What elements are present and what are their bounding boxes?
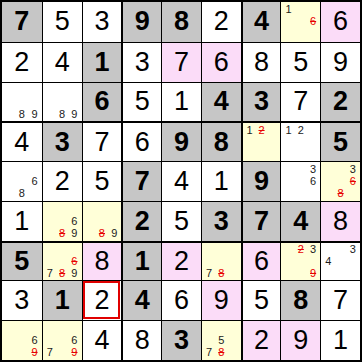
empty-candidate-slot [3, 163, 16, 175]
empty-candidate-slot [68, 96, 80, 108]
empty-candidate-slot [215, 256, 227, 268]
given-digit: 9 [174, 129, 189, 156]
cell-r3c1[interactable]: 89 [2, 82, 42, 122]
cell-r5c4[interactable]: 7 [121, 161, 161, 201]
given-digit: 4 [254, 8, 269, 35]
empty-candidate-slot [256, 136, 268, 148]
empty-candidate-slot [295, 136, 307, 148]
cell-r3c8[interactable]: 7 [280, 82, 320, 122]
eliminated-candidate-9: 9 [28, 347, 41, 359]
eliminated-candidate-8: 8 [334, 188, 346, 200]
candidate-grid: 34 [322, 244, 359, 280]
empty-candidate-slot [44, 96, 56, 108]
empty-candidate-slot [68, 322, 80, 334]
cell-r9c1[interactable]: 69 [2, 320, 42, 360]
cell-r9c8[interactable]: 9 [280, 320, 320, 360]
solved-digit: 7 [94, 129, 109, 156]
empty-candidate-slot [68, 203, 80, 215]
cell-r1c8[interactable]: 16 [280, 2, 320, 42]
empty-candidate-slot [295, 268, 307, 280]
candidate-grid: 89 [3, 84, 41, 121]
empty-candidate-slot [268, 148, 280, 160]
candidate-grid: 679 [44, 322, 81, 359]
empty-candidate-slot [56, 322, 68, 334]
empty-candidate-slot [44, 227, 56, 239]
cell-r5c3[interactable]: 5 [82, 161, 122, 201]
cell-r7c5[interactable]: 2 [161, 241, 201, 281]
cell-r9c9[interactable]: 1 [320, 320, 360, 360]
empty-candidate-slot [227, 347, 239, 359]
empty-candidate-slot [203, 334, 215, 346]
empty-candidate-slot [282, 136, 294, 148]
eliminated-candidate-9: 9 [307, 268, 319, 280]
candidate-3: 3 [307, 244, 319, 256]
solved-digit: 7 [174, 49, 189, 76]
solved-digit: 9 [333, 49, 348, 76]
solved-digit: 8 [135, 327, 150, 354]
empty-candidate-slot [3, 96, 16, 108]
empty-candidate-slot [282, 163, 294, 175]
empty-candidate-slot [282, 188, 294, 200]
empty-candidate-slot [108, 215, 120, 227]
empty-candidate-slot [227, 334, 239, 346]
cell-r4c7[interactable]: 12 [241, 121, 281, 161]
solved-digit: 5 [254, 287, 269, 314]
cell-r1c1[interactable]: 7 [2, 2, 42, 42]
candidate-9: 9 [28, 108, 41, 120]
cell-r5c1[interactable]: 68 [2, 161, 42, 201]
eliminated-candidate-6: 6 [307, 16, 319, 29]
given-digit: 7 [135, 168, 150, 195]
candidate-grid: 89 [84, 203, 121, 240]
solved-digit: 9 [214, 287, 229, 314]
empty-candidate-slot [282, 16, 294, 29]
candidate-6: 6 [68, 215, 80, 227]
candidate-7: 7 [203, 347, 215, 359]
empty-candidate-slot [227, 244, 239, 256]
candidate-1: 1 [282, 3, 294, 16]
candidate-grid: 16 [282, 3, 319, 41]
given-digit: 3 [254, 88, 269, 115]
empty-candidate-slot [268, 136, 280, 148]
empty-candidate-slot [322, 188, 334, 200]
cell-r7c9[interactable]: 34 [320, 241, 360, 281]
empty-candidate-slot [3, 322, 16, 334]
empty-candidate-slot [282, 268, 294, 280]
candidate-3: 3 [347, 163, 359, 175]
solved-digit: 2 [214, 8, 229, 35]
candidate-3: 3 [307, 163, 319, 175]
empty-candidate-slot [307, 188, 319, 200]
empty-candidate-slot [96, 215, 108, 227]
cell-r6c5[interactable]: 5 [161, 201, 201, 241]
empty-candidate-slot [44, 203, 56, 215]
empty-candidate-slot [215, 244, 227, 256]
empty-candidate-slot [3, 347, 16, 359]
cell-r9c7[interactable]: 2 [241, 320, 281, 360]
eliminated-candidate-8: 8 [215, 268, 227, 280]
given-digit: 3 [174, 327, 189, 354]
empty-candidate-slot [322, 163, 334, 175]
candidate-9: 9 [108, 227, 120, 239]
empty-candidate-slot [282, 148, 294, 160]
solved-digit: 1 [214, 168, 229, 195]
cell-r7c1[interactable]: 5 [2, 241, 42, 281]
given-digit: 7 [14, 8, 29, 35]
empty-candidate-slot [347, 256, 359, 268]
empty-candidate-slot [268, 124, 280, 136]
cell-r9c5[interactable]: 3 [161, 320, 201, 360]
empty-candidate-slot [295, 148, 307, 160]
given-digit: 8 [174, 8, 189, 35]
cell-r8c6[interactable]: 9 [201, 280, 241, 320]
eliminated-candidate-2: 2 [256, 124, 268, 136]
cell-r9c3[interactable]: 4 [82, 320, 122, 360]
sudoku-board: 7539824166241376859898965143724376981212… [0, 0, 362, 362]
empty-candidate-slot [84, 227, 96, 239]
cell-r9c6[interactable]: 578 [201, 320, 241, 360]
empty-candidate-slot [322, 175, 334, 187]
solved-digit: 2 [55, 168, 70, 195]
empty-candidate-slot [256, 148, 268, 160]
empty-candidate-slot [347, 188, 359, 200]
cell-r5c7[interactable]: 9 [241, 161, 281, 201]
given-digit: 7 [254, 208, 269, 235]
solved-digit: 7 [293, 88, 308, 115]
cell-r8c2[interactable]: 1 [42, 280, 82, 320]
cell-r7c4[interactable]: 1 [121, 241, 161, 281]
cell-r6c7[interactable]: 7 [241, 201, 281, 241]
cell-r8c9[interactable]: 7 [320, 280, 360, 320]
cell-r4c6[interactable]: 8 [201, 121, 241, 161]
empty-candidate-slot [84, 215, 96, 227]
cell-r2c4[interactable]: 3 [121, 42, 161, 82]
solved-digit: 3 [14, 287, 29, 314]
cell-r3c2[interactable]: 89 [42, 82, 82, 122]
cell-r8c4[interactable]: 4 [121, 280, 161, 320]
cell-r8c5[interactable]: 6 [161, 280, 201, 320]
cell-r4c2[interactable]: 3 [42, 121, 82, 161]
solved-digit: 5 [55, 8, 70, 35]
cell-r2c5[interactable]: 7 [161, 42, 201, 82]
cell-r1c5[interactable]: 8 [161, 2, 201, 42]
solved-digit: 9 [293, 327, 308, 354]
eliminated-candidate-8: 8 [56, 268, 68, 280]
solved-digit: 5 [174, 208, 189, 235]
empty-candidate-slot [322, 268, 334, 280]
candidate-8: 8 [16, 108, 29, 120]
empty-candidate-slot [307, 256, 319, 268]
cell-r6c4[interactable]: 2 [121, 201, 161, 241]
given-digit: 9 [135, 8, 150, 35]
empty-candidate-slot [307, 3, 319, 16]
cell-r7c7[interactable]: 6 [241, 241, 281, 281]
empty-candidate-slot [3, 108, 16, 120]
empty-candidate-slot [282, 28, 294, 41]
cell-r5c6[interactable]: 1 [201, 161, 241, 201]
empty-candidate-slot [282, 256, 294, 268]
empty-candidate-slot [28, 163, 41, 175]
eliminated-candidate-8: 8 [56, 227, 68, 239]
empty-candidate-slot [16, 163, 29, 175]
empty-candidate-slot [56, 244, 68, 256]
candidate-9: 9 [68, 108, 80, 120]
candidate-6: 6 [28, 334, 41, 346]
empty-candidate-slot [334, 244, 346, 256]
given-digit: 1 [94, 49, 109, 76]
empty-candidate-slot [3, 175, 16, 187]
given-digit: 4 [293, 208, 308, 235]
solved-digit: 3 [94, 8, 109, 35]
eliminated-candidate-8: 8 [96, 227, 108, 239]
empty-candidate-slot [16, 322, 29, 334]
solved-digit: 8 [333, 208, 348, 235]
cell-r1c3[interactable]: 3 [82, 2, 122, 42]
candidate-4: 4 [322, 256, 334, 268]
cell-r6c3[interactable]: 89 [82, 201, 122, 241]
solved-digit: 2 [254, 327, 269, 354]
empty-candidate-slot [307, 148, 319, 160]
candidate-6: 6 [307, 175, 319, 187]
cell-r3c7[interactable]: 3 [241, 82, 281, 122]
cell-r2c7[interactable]: 8 [241, 42, 281, 82]
cell-r7c8[interactable]: 239 [280, 241, 320, 281]
cell-r2c3[interactable]: 1 [82, 42, 122, 82]
eliminated-candidate-8: 8 [215, 347, 227, 359]
cell-r6c2[interactable]: 689 [42, 201, 82, 241]
empty-candidate-slot [56, 84, 68, 96]
empty-candidate-slot [44, 334, 56, 346]
cell-r4c8[interactable]: 12 [280, 121, 320, 161]
solved-digit: 4 [174, 168, 189, 195]
cell-r6c1[interactable]: 1 [2, 201, 42, 241]
candidate-7: 7 [203, 268, 215, 280]
solved-digit: 2 [94, 287, 109, 314]
candidate-grid: 12 [244, 124, 280, 160]
empty-candidate-slot [347, 268, 359, 280]
candidate-grid: 6789 [44, 244, 81, 280]
empty-candidate-slot [28, 322, 41, 334]
empty-candidate-slot [227, 256, 239, 268]
candidate-grid: 689 [44, 203, 81, 240]
eliminated-candidate-6: 6 [347, 175, 359, 187]
solved-digit: 1 [14, 208, 29, 235]
empty-candidate-slot [56, 334, 68, 346]
cell-r5c9[interactable]: 368 [320, 161, 360, 201]
empty-candidate-slot [282, 244, 294, 256]
given-digit: 1 [55, 287, 70, 314]
solved-digit: 6 [333, 8, 348, 35]
cell-r2c2[interactable]: 4 [42, 42, 82, 82]
empty-candidate-slot [16, 84, 29, 96]
cell-r7c3[interactable]: 8 [82, 241, 122, 281]
candidate-grid: 36 [282, 163, 319, 200]
empty-candidate-slot [3, 334, 16, 346]
candidate-grid: 69 [3, 322, 41, 359]
cell-r2c9[interactable]: 9 [320, 42, 360, 82]
empty-candidate-slot [28, 84, 41, 96]
cell-r1c2[interactable]: 5 [42, 2, 82, 42]
candidate-3: 3 [347, 244, 359, 256]
cell-r4c3[interactable]: 7 [82, 121, 122, 161]
cell-r7c6[interactable]: 78 [201, 241, 241, 281]
empty-candidate-slot [227, 268, 239, 280]
cell-r1c6[interactable]: 2 [201, 2, 241, 42]
empty-candidate-slot [295, 256, 307, 268]
empty-candidate-slot [16, 96, 29, 108]
candidate-grid: 12 [282, 124, 319, 160]
given-digit: 5 [333, 129, 348, 156]
given-digit: 1 [135, 248, 150, 275]
solved-digit: 3 [135, 49, 150, 76]
cell-r5c8[interactable]: 36 [280, 161, 320, 201]
candidate-grid: 68 [3, 163, 41, 200]
empty-candidate-slot [28, 96, 41, 108]
given-digit: 9 [254, 168, 269, 195]
cell-r4c9[interactable]: 5 [320, 121, 360, 161]
empty-candidate-slot [295, 163, 307, 175]
empty-candidate-slot [203, 322, 215, 334]
candidate-grid: 368 [322, 163, 359, 200]
empty-candidate-slot [16, 334, 29, 346]
empty-candidate-slot [322, 244, 334, 256]
given-digit: 6 [94, 88, 109, 115]
candidate-8: 8 [56, 108, 68, 120]
cell-r8c1[interactable]: 3 [2, 280, 42, 320]
given-digit: 3 [214, 208, 229, 235]
solved-digit: 8 [254, 49, 269, 76]
empty-candidate-slot [96, 203, 108, 215]
cell-r3c4[interactable]: 5 [121, 82, 161, 122]
candidate-7: 7 [44, 347, 56, 359]
solved-digit: 5 [94, 168, 109, 195]
cell-r3c5[interactable]: 1 [161, 82, 201, 122]
candidate-1: 1 [282, 124, 294, 136]
cell-r5c2[interactable]: 2 [42, 161, 82, 201]
empty-candidate-slot [44, 108, 56, 120]
cell-r1c4[interactable]: 9 [121, 2, 161, 42]
eliminated-candidate-6: 6 [68, 256, 80, 268]
candidate-9: 9 [68, 227, 80, 239]
empty-candidate-slot [56, 347, 68, 359]
cell-r1c9[interactable]: 6 [320, 2, 360, 42]
empty-candidate-slot [16, 175, 29, 187]
empty-candidate-slot [44, 322, 56, 334]
empty-candidate-slot [3, 188, 16, 200]
candidate-8: 8 [16, 188, 29, 200]
empty-candidate-slot [295, 28, 307, 41]
empty-candidate-slot [68, 244, 80, 256]
candidate-7: 7 [44, 268, 56, 280]
candidate-1: 1 [244, 124, 256, 136]
empty-candidate-slot [334, 256, 346, 268]
candidate-6: 6 [28, 175, 41, 187]
cell-r2c8[interactable]: 5 [280, 42, 320, 82]
given-digit: 4 [135, 287, 150, 314]
given-digit: 3 [55, 129, 70, 156]
solved-digit: 6 [254, 248, 269, 275]
empty-candidate-slot [307, 124, 319, 136]
cell-r6c8[interactable]: 4 [280, 201, 320, 241]
solved-digit: 2 [14, 49, 29, 76]
empty-candidate-slot [108, 203, 120, 215]
solved-digit: 4 [94, 327, 109, 354]
candidate-6: 6 [68, 334, 80, 346]
candidate-grid: 78 [203, 244, 240, 280]
cell-r8c7[interactable]: 5 [241, 280, 281, 320]
empty-candidate-slot [44, 244, 56, 256]
empty-candidate-slot [244, 148, 256, 160]
empty-candidate-slot [56, 96, 68, 108]
empty-candidate-slot [56, 256, 68, 268]
empty-candidate-slot [16, 347, 29, 359]
solved-digit: 6 [214, 49, 229, 76]
candidate-grid: 578 [203, 322, 240, 359]
cell-r8c3-selected[interactable]: 2 [82, 280, 122, 320]
given-digit: 2 [135, 208, 150, 235]
cell-r8c8[interactable]: 8 [280, 280, 320, 320]
empty-candidate-slot [295, 3, 307, 16]
cell-r9c2[interactable]: 679 [42, 320, 82, 360]
solved-digit: 5 [293, 49, 308, 76]
cell-r6c9[interactable]: 8 [320, 201, 360, 241]
given-digit: 2 [333, 88, 348, 115]
cell-r5c5[interactable]: 4 [161, 161, 201, 201]
cell-r4c1[interactable]: 4 [2, 121, 42, 161]
cell-r6c6[interactable]: 3 [201, 201, 241, 241]
candidate-grid: 89 [44, 84, 81, 121]
candidate-9: 9 [68, 268, 80, 280]
eliminated-candidate-2: 2 [295, 244, 307, 256]
empty-candidate-slot [68, 84, 80, 96]
empty-candidate-slot [227, 322, 239, 334]
candidate-2: 2 [295, 124, 307, 136]
empty-candidate-slot [334, 175, 346, 187]
eliminated-candidate-9: 9 [68, 347, 80, 359]
empty-candidate-slot [295, 188, 307, 200]
cell-r1c7[interactable]: 4 [241, 2, 281, 42]
given-digit: 4 [214, 88, 229, 115]
cell-r3c9[interactable]: 2 [320, 82, 360, 122]
cell-r3c6[interactable]: 4 [201, 82, 241, 122]
solved-digit: 8 [94, 248, 109, 275]
cell-r2c1[interactable]: 2 [2, 42, 42, 82]
empty-candidate-slot [56, 203, 68, 215]
cell-r4c5[interactable]: 9 [161, 121, 201, 161]
solved-digit: 4 [14, 129, 29, 156]
empty-candidate-slot [282, 175, 294, 187]
cell-r9c4[interactable]: 8 [121, 320, 161, 360]
given-digit: 8 [214, 129, 229, 156]
empty-candidate-slot [56, 215, 68, 227]
solved-digit: 4 [55, 49, 70, 76]
cell-r7c2[interactable]: 6789 [42, 241, 82, 281]
solved-digit: 5 [135, 88, 150, 115]
cell-r2c6[interactable]: 6 [201, 42, 241, 82]
empty-candidate-slot [84, 203, 96, 215]
solved-digit: 6 [174, 287, 189, 314]
empty-candidate-slot [44, 215, 56, 227]
cell-r4c4[interactable]: 6 [121, 121, 161, 161]
cell-r3c3[interactable]: 6 [82, 82, 122, 122]
solved-digit: 1 [174, 88, 189, 115]
empty-candidate-slot [334, 163, 346, 175]
empty-candidate-slot [295, 16, 307, 29]
empty-candidate-slot [203, 244, 215, 256]
empty-candidate-slot [334, 268, 346, 280]
solved-digit: 7 [333, 287, 348, 314]
given-digit: 8 [293, 287, 308, 314]
